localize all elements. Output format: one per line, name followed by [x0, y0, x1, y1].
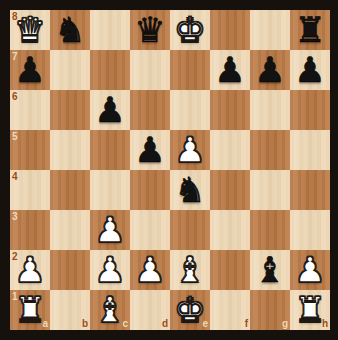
- square-a8[interactable]: ♛8: [10, 10, 50, 50]
- square-a6[interactable]: 6: [10, 90, 50, 130]
- square-h7[interactable]: ♟: [290, 50, 330, 90]
- piece-white-king-e8[interactable]: ♚: [170, 10, 210, 50]
- piece-black-queen-d8[interactable]: ♛: [130, 10, 170, 50]
- square-b3[interactable]: [50, 210, 90, 250]
- piece-black-pawn-c6[interactable]: ♟: [90, 90, 130, 130]
- square-b1[interactable]: b: [50, 290, 90, 330]
- rank-label-5: 5: [12, 132, 18, 142]
- piece-black-rook-h8[interactable]: ♜: [290, 10, 330, 50]
- piece-black-pawn-d5[interactable]: ♟: [130, 130, 170, 170]
- square-f1[interactable]: f: [210, 290, 250, 330]
- square-c6[interactable]: ♟: [90, 90, 130, 130]
- square-g4[interactable]: [250, 170, 290, 210]
- square-g5[interactable]: [250, 130, 290, 170]
- square-c5[interactable]: [90, 130, 130, 170]
- piece-white-pawn-a2[interactable]: ♟: [10, 250, 50, 290]
- piece-white-rook-h1[interactable]: ♜: [290, 290, 330, 330]
- piece-white-pawn-d2[interactable]: ♟: [130, 250, 170, 290]
- square-e6[interactable]: [170, 90, 210, 130]
- square-h6[interactable]: [290, 90, 330, 130]
- square-f2[interactable]: [210, 250, 250, 290]
- piece-black-pawn-h7[interactable]: ♟: [290, 50, 330, 90]
- square-e8[interactable]: ♚: [170, 10, 210, 50]
- square-c2[interactable]: ♟: [90, 250, 130, 290]
- square-g7[interactable]: ♟: [250, 50, 290, 90]
- square-f6[interactable]: [210, 90, 250, 130]
- rank-label-6: 6: [12, 92, 18, 102]
- square-c4[interactable]: [90, 170, 130, 210]
- square-h4[interactable]: [290, 170, 330, 210]
- piece-white-bishop-e2[interactable]: ♝: [170, 250, 210, 290]
- piece-black-bishop-g2[interactable]: ♝: [250, 250, 290, 290]
- square-d5[interactable]: ♟: [130, 130, 170, 170]
- square-d2[interactable]: ♟: [130, 250, 170, 290]
- square-a3[interactable]: 3: [10, 210, 50, 250]
- square-h8[interactable]: ♜: [290, 10, 330, 50]
- file-label-g: g: [282, 319, 288, 329]
- square-d3[interactable]: [130, 210, 170, 250]
- square-e4[interactable]: ♞: [170, 170, 210, 210]
- square-e2[interactable]: ♝: [170, 250, 210, 290]
- square-h3[interactable]: [290, 210, 330, 250]
- square-g1[interactable]: g: [250, 290, 290, 330]
- square-c8[interactable]: [90, 10, 130, 50]
- square-b2[interactable]: [50, 250, 90, 290]
- square-f5[interactable]: [210, 130, 250, 170]
- piece-black-pawn-a7[interactable]: ♟: [10, 50, 50, 90]
- piece-white-queen-a8[interactable]: ♛: [10, 10, 50, 50]
- square-d7[interactable]: [130, 50, 170, 90]
- piece-white-pawn-h2[interactable]: ♟: [290, 250, 330, 290]
- piece-white-rook-a1[interactable]: ♜: [10, 290, 50, 330]
- square-a4[interactable]: 4: [10, 170, 50, 210]
- square-b7[interactable]: [50, 50, 90, 90]
- file-label-b: b: [82, 319, 88, 329]
- square-c3[interactable]: ♟: [90, 210, 130, 250]
- square-d8[interactable]: ♛: [130, 10, 170, 50]
- piece-black-pawn-f7[interactable]: ♟: [210, 50, 250, 90]
- square-b4[interactable]: [50, 170, 90, 210]
- square-e7[interactable]: [170, 50, 210, 90]
- square-c1[interactable]: ♝c: [90, 290, 130, 330]
- square-d4[interactable]: [130, 170, 170, 210]
- piece-black-knight-e4[interactable]: ♞: [170, 170, 210, 210]
- square-e1[interactable]: ♚e: [170, 290, 210, 330]
- piece-white-pawn-c3[interactable]: ♟: [90, 210, 130, 250]
- square-g2[interactable]: ♝: [250, 250, 290, 290]
- square-g3[interactable]: [250, 210, 290, 250]
- square-f3[interactable]: [210, 210, 250, 250]
- square-b6[interactable]: [50, 90, 90, 130]
- square-d1[interactable]: d: [130, 290, 170, 330]
- file-label-d: d: [162, 319, 168, 329]
- square-g8[interactable]: [250, 10, 290, 50]
- chess-board: ♛8♞♛♚♜♟7♟♟♟6♟5♟♟4♞3♟♟2♟♟♝♝♟♜1ab♝cd♚efg♜h: [10, 10, 330, 330]
- square-f7[interactable]: ♟: [210, 50, 250, 90]
- piece-white-pawn-c2[interactable]: ♟: [90, 250, 130, 290]
- piece-white-bishop-c1[interactable]: ♝: [90, 290, 130, 330]
- square-h2[interactable]: ♟: [290, 250, 330, 290]
- square-a7[interactable]: ♟7: [10, 50, 50, 90]
- square-h5[interactable]: [290, 130, 330, 170]
- square-f8[interactable]: [210, 10, 250, 50]
- square-g6[interactable]: [250, 90, 290, 130]
- square-f4[interactable]: [210, 170, 250, 210]
- piece-white-king-e1[interactable]: ♚: [170, 290, 210, 330]
- piece-white-pawn-e5[interactable]: ♟: [170, 130, 210, 170]
- square-e3[interactable]: [170, 210, 210, 250]
- square-a5[interactable]: 5: [10, 130, 50, 170]
- square-c7[interactable]: [90, 50, 130, 90]
- square-e5[interactable]: ♟: [170, 130, 210, 170]
- file-label-f: f: [245, 319, 248, 329]
- square-a1[interactable]: ♜1a: [10, 290, 50, 330]
- square-b5[interactable]: [50, 130, 90, 170]
- rank-label-3: 3: [12, 212, 18, 222]
- square-a2[interactable]: ♟2: [10, 250, 50, 290]
- piece-black-pawn-g7[interactable]: ♟: [250, 50, 290, 90]
- piece-black-knight-b8[interactable]: ♞: [50, 10, 90, 50]
- square-d6[interactable]: [130, 90, 170, 130]
- rank-label-4: 4: [12, 172, 18, 182]
- square-h1[interactable]: ♜h: [290, 290, 330, 330]
- square-b8[interactable]: ♞: [50, 10, 90, 50]
- chess-board-frame: ♛8♞♛♚♜♟7♟♟♟6♟5♟♟4♞3♟♟2♟♟♝♝♟♜1ab♝cd♚efg♜h: [0, 0, 338, 340]
